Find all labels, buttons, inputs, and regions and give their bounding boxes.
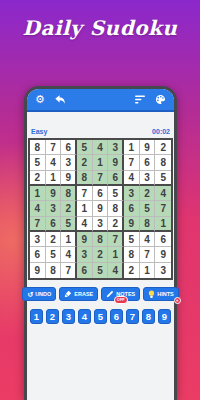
erase-button[interactable]: ERASE [59,287,98,301]
hints-count-badge: + [174,297,181,304]
controls-bar: ↺ UNDO ERASE NOTES OFF [27,287,174,301]
sudoku-cell-r6c1[interactable]: 7 [30,217,46,232]
sudoku-cell-r9c6[interactable]: 4 [108,263,124,278]
toolbar: ⚙ [27,89,174,112]
hints-button[interactable]: HINTS + [143,287,179,301]
app-background: Daily Sudoku ⚙ [0,0,200,400]
sudoku-cell-r9c4[interactable]: 6 [77,263,93,278]
sudoku-cell-r5c7[interactable]: 6 [124,201,140,216]
sudoku-cell-r7c3[interactable]: 1 [61,232,77,247]
sudoku-cell-r8c2[interactable]: 5 [46,247,62,262]
sudoku-cell-r1c5[interactable]: 4 [93,140,109,155]
sudoku-cell-r6c8[interactable]: 8 [140,217,156,232]
sudoku-cell-r6c3[interactable]: 5 [61,217,77,232]
numpad-button-7[interactable]: 7 [126,309,140,324]
sudoku-cell-r9c7[interactable]: 2 [124,263,140,278]
sudoku-cell-r9c2[interactable]: 8 [46,263,62,278]
sudoku-cell-r2c3[interactable]: 3 [61,155,77,170]
sudoku-cell-r7c4[interactable]: 9 [77,232,93,247]
sudoku-cell-r4c2[interactable]: 9 [46,186,62,201]
erase-button-label: ERASE [74,291,93,297]
sudoku-cell-r1c6[interactable]: 3 [108,140,124,155]
sudoku-cell-r1c2[interactable]: 7 [46,140,62,155]
sudoku-cell-r1c8[interactable]: 9 [140,140,156,155]
sudoku-cell-r2c8[interactable]: 6 [140,155,156,170]
sudoku-cell-r1c4[interactable]: 5 [77,140,93,155]
numpad-button-1[interactable]: 1 [30,309,44,324]
sudoku-cell-r6c9[interactable]: 1 [155,217,171,232]
numpad-button-4[interactable]: 4 [78,309,92,324]
sudoku-cell-r7c8[interactable]: 4 [140,232,156,247]
eraser-icon [64,290,72,298]
sudoku-cell-r4c7[interactable]: 3 [124,186,140,201]
sudoku-cell-r7c5[interactable]: 8 [93,232,109,247]
sudoku-cell-r7c9[interactable]: 6 [155,232,171,247]
numpad-button-8[interactable]: 8 [142,309,156,324]
sudoku-cell-r3c9[interactable]: 5 [155,171,171,186]
sudoku-cell-r8c5[interactable]: 2 [93,247,109,262]
status-row: Easy 00:02 [31,128,170,135]
undo-button[interactable]: ↺ UNDO [22,287,56,301]
numpad-button-5[interactable]: 5 [94,309,108,324]
sudoku-cell-r4c5[interactable]: 6 [93,186,109,201]
sudoku-cell-r6c5[interactable]: 3 [93,217,109,232]
sudoku-cell-r9c8[interactable]: 1 [140,263,156,278]
sudoku-cell-r4c8[interactable]: 2 [140,186,156,201]
sudoku-cell-r8c9[interactable]: 9 [155,247,171,262]
sudoku-cell-r2c5[interactable]: 1 [93,155,109,170]
settings-gear-icon[interactable]: ⚙ [35,94,45,105]
sudoku-cell-r7c7[interactable]: 5 [124,232,140,247]
sudoku-cell-r2c6[interactable]: 9 [108,155,124,170]
sudoku-cell-r5c5[interactable]: 9 [93,201,109,216]
sudoku-cell-r3c8[interactable]: 3 [140,171,156,186]
sudoku-cell-r6c6[interactable]: 2 [108,217,124,232]
sudoku-cell-r5c9[interactable]: 7 [155,201,171,216]
numpad-button-6[interactable]: 6 [110,309,124,324]
sudoku-cell-r9c3[interactable]: 7 [61,263,77,278]
sudoku-cell-r5c6[interactable]: 8 [108,201,124,216]
sudoku-cell-r7c1[interactable]: 3 [30,232,46,247]
phone-mockup: ⚙ [24,86,177,400]
sudoku-cell-r3c6[interactable]: 6 [108,171,124,186]
sudoku-cell-r8c4[interactable]: 3 [77,247,93,262]
number-pad: 123456789 [27,309,174,324]
sudoku-cell-r2c2[interactable]: 4 [46,155,62,170]
sudoku-cell-r5c1[interactable]: 4 [30,201,46,216]
sudoku-cell-r1c1[interactable]: 8 [30,140,46,155]
undo-arrow-icon[interactable] [54,94,66,105]
sudoku-cell-r9c5[interactable]: 5 [93,263,109,278]
notes-button[interactable]: NOTES OFF [101,287,140,301]
sudoku-cell-r3c4[interactable]: 8 [77,171,93,186]
sudoku-cell-r7c2[interactable]: 2 [46,232,62,247]
sudoku-cell-r1c7[interactable]: 1 [124,140,140,155]
sudoku-cell-r6c7[interactable]: 9 [124,217,140,232]
sudoku-cell-r3c7[interactable]: 4 [124,171,140,186]
sort-lines-icon[interactable] [135,95,146,104]
sudoku-cell-r4c1[interactable]: 1 [30,186,46,201]
sudoku-grid: 8765431925432197682198764351987653244321… [28,138,173,280]
sudoku-cell-r8c1[interactable]: 6 [30,247,46,262]
palette-icon[interactable] [155,94,166,105]
sudoku-cell-r3c3[interactable]: 9 [61,171,77,186]
numpad-button-2[interactable]: 2 [46,309,60,324]
sudoku-cell-r2c1[interactable]: 5 [30,155,46,170]
sudoku-cell-r5c8[interactable]: 5 [140,201,156,216]
sudoku-cell-r4c6[interactable]: 5 [108,186,124,201]
sudoku-cell-r4c3[interactable]: 8 [61,186,77,201]
numpad-button-9[interactable]: 9 [158,309,172,324]
sudoku-cell-r2c4[interactable]: 2 [77,155,93,170]
sudoku-cell-r2c9[interactable]: 8 [155,155,171,170]
sudoku-cell-r6c4[interactable]: 4 [77,217,93,232]
sudoku-cell-r8c7[interactable]: 8 [124,247,140,262]
sudoku-cell-r5c2[interactable]: 3 [46,201,62,216]
notes-off-badge: OFF [114,296,128,304]
pencil-icon [106,290,114,298]
sudoku-cell-r6c2[interactable]: 6 [46,217,62,232]
difficulty-label: Easy [31,128,47,135]
sudoku-cell-r1c9[interactable]: 2 [155,140,171,155]
bulb-icon [148,290,155,299]
undo-rotate-icon: ↺ [27,291,33,298]
sudoku-cell-r8c6[interactable]: 1 [108,247,124,262]
sudoku-cell-r3c2[interactable]: 1 [46,171,62,186]
sudoku-cell-r3c1[interactable]: 2 [30,171,46,186]
hints-button-label: HINTS [157,291,174,297]
numpad-button-3[interactable]: 3 [62,309,76,324]
sudoku-cell-r5c3[interactable]: 2 [61,201,77,216]
page-title: Daily Sudoku [0,16,200,40]
sudoku-cell-r8c8[interactable]: 7 [140,247,156,262]
sudoku-cell-r9c9[interactable]: 3 [155,263,171,278]
sudoku-cell-r9c1[interactable]: 9 [30,263,46,278]
sudoku-cell-r4c4[interactable]: 7 [77,186,93,201]
timer-value: 00:02 [152,128,170,135]
sudoku-cell-r3c5[interactable]: 7 [93,171,109,186]
sudoku-cell-r8c3[interactable]: 4 [61,247,77,262]
sudoku-cell-r1c3[interactable]: 6 [61,140,77,155]
undo-button-label: UNDO [35,291,51,297]
sudoku-cell-r2c7[interactable]: 7 [124,155,140,170]
sudoku-cell-r4c9[interactable]: 4 [155,186,171,201]
sudoku-cell-r7c6[interactable]: 7 [108,232,124,247]
sudoku-cell-r5c4[interactable]: 1 [77,201,93,216]
